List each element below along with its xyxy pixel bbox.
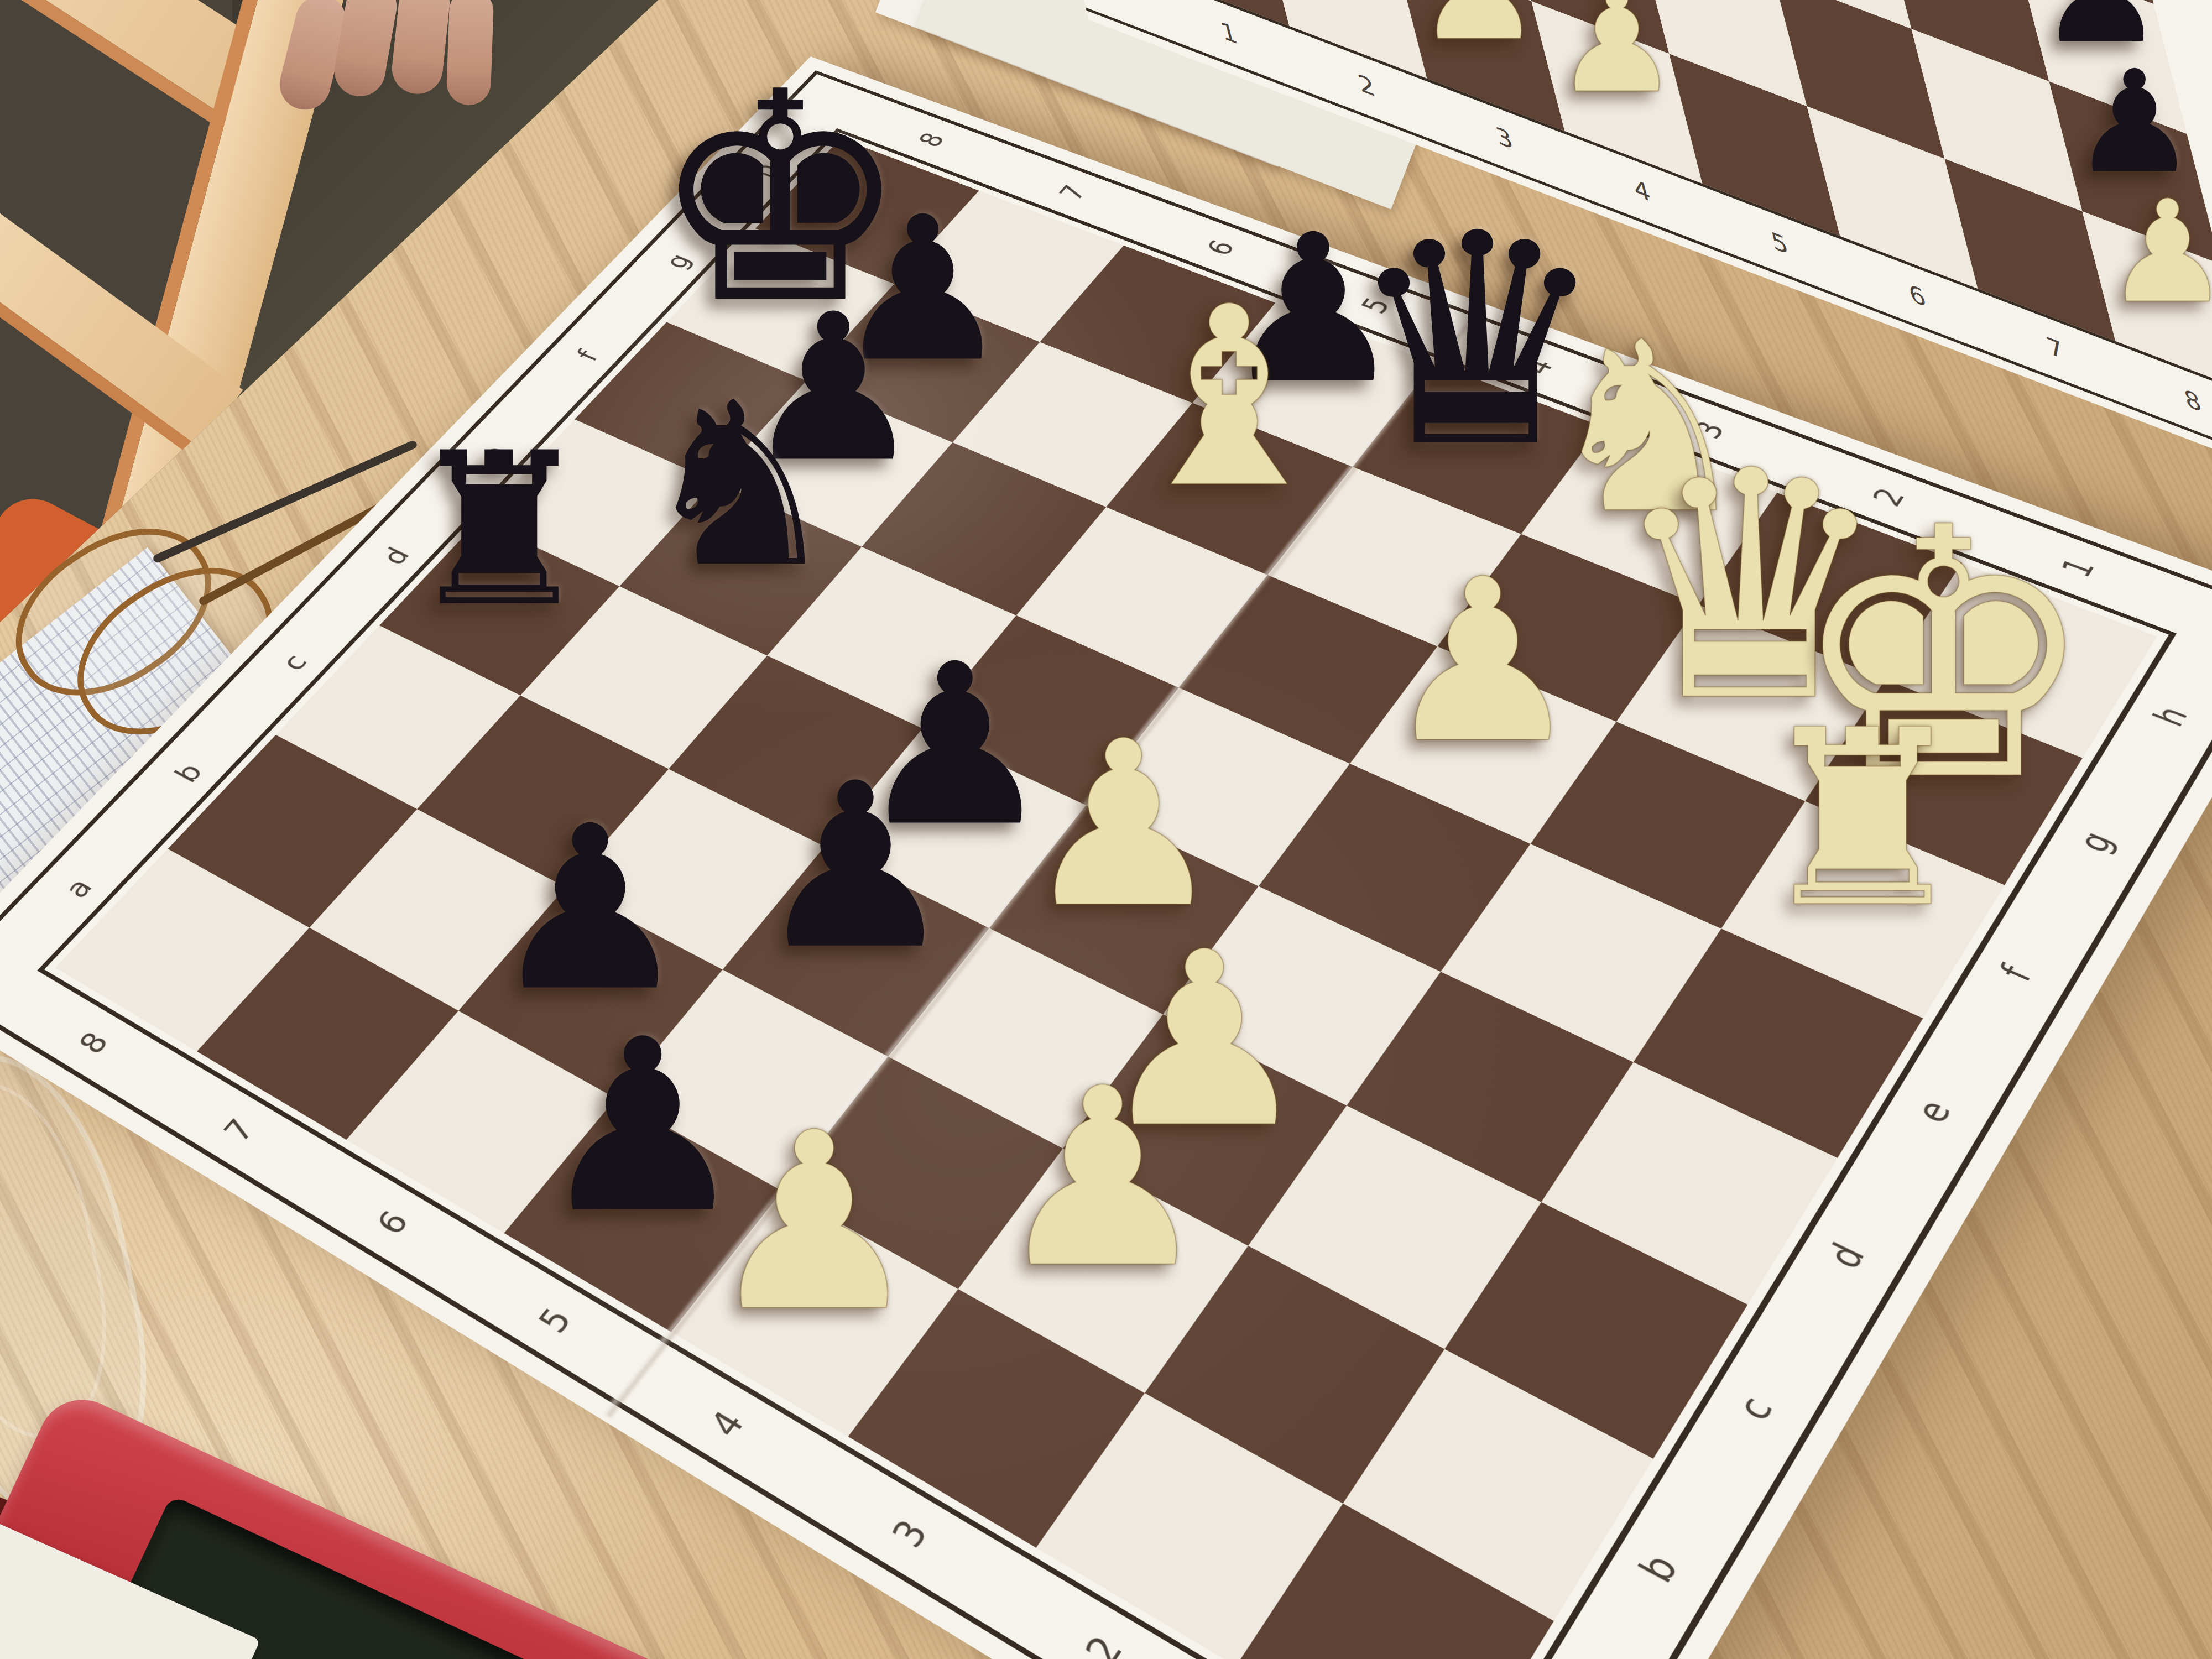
second-board-piece-bP[interactable]: ♟	[2038, 0, 2165, 62]
piece-bN-e7[interactable]: ♞	[639, 372, 842, 598]
piece-wP-f3[interactable]: ♟	[1382, 550, 1583, 774]
piece-wP-b3[interactable]: ♟	[993, 1056, 1213, 1302]
second-board-piece-wP[interactable]: ♟	[1416, 0, 1543, 60]
photo-scene: 12345678 aa88bb77cc66dd55ee44ff33gg22hh1…	[0, 0, 2212, 1659]
piece-wB-g5[interactable]: ♝	[1118, 274, 1340, 521]
piece-wP-a4[interactable]: ♟	[705, 1100, 924, 1345]
piece-bP-c5[interactable]: ♟	[754, 753, 957, 980]
second-board-piece-wP[interactable]: ♟	[1554, 0, 1681, 112]
player-hand	[288, 0, 542, 111]
piece-wR-f1[interactable]: ♜	[1754, 698, 1971, 941]
piece-bR-d8[interactable]: ♜	[405, 425, 594, 635]
